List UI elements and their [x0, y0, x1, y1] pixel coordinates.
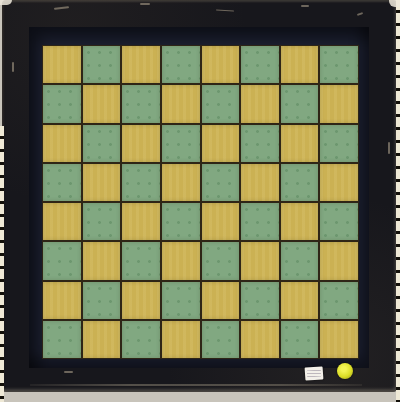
square-b5[interactable]	[83, 164, 121, 201]
square-b6[interactable]	[83, 125, 121, 162]
square-d7[interactable]	[162, 85, 200, 122]
square-e7[interactable]	[202, 85, 240, 122]
square-d6[interactable]	[162, 125, 200, 162]
square-f7[interactable]	[241, 85, 279, 122]
price-tag	[305, 366, 324, 380]
yellow-dot-sticker	[337, 363, 353, 379]
frame-scratch	[301, 5, 309, 7]
square-e6[interactable]	[202, 125, 240, 162]
square-c5[interactable]	[122, 164, 160, 201]
square-f6[interactable]	[241, 125, 279, 162]
square-c1[interactable]	[122, 321, 160, 358]
square-d2[interactable]	[162, 282, 200, 319]
frame-scratch	[64, 371, 73, 373]
square-e1[interactable]	[202, 321, 240, 358]
square-c8[interactable]	[122, 46, 160, 83]
square-c6[interactable]	[122, 125, 160, 162]
square-a4[interactable]	[43, 203, 81, 240]
square-h8[interactable]	[320, 46, 358, 83]
square-e2[interactable]	[202, 282, 240, 319]
square-c4[interactable]	[122, 203, 160, 240]
square-f3[interactable]	[241, 242, 279, 279]
frame-scratch	[388, 142, 390, 154]
square-f8[interactable]	[241, 46, 279, 83]
square-h2[interactable]	[320, 282, 358, 319]
square-d4[interactable]	[162, 203, 200, 240]
square-a1[interactable]	[43, 321, 81, 358]
square-a3[interactable]	[43, 242, 81, 279]
square-b7[interactable]	[83, 85, 121, 122]
photo-film-edge-right	[396, 0, 400, 402]
square-g2[interactable]	[281, 282, 319, 319]
square-d3[interactable]	[162, 242, 200, 279]
square-c7[interactable]	[122, 85, 160, 122]
square-g4[interactable]	[281, 203, 319, 240]
square-g5[interactable]	[281, 164, 319, 201]
square-b8[interactable]	[83, 46, 121, 83]
checkerboard	[42, 45, 359, 359]
square-e5[interactable]	[202, 164, 240, 201]
square-h3[interactable]	[320, 242, 358, 279]
square-h1[interactable]	[320, 321, 358, 358]
gameboard-photo	[0, 0, 400, 402]
square-b4[interactable]	[83, 203, 121, 240]
frame-scratch	[216, 9, 234, 11]
square-g8[interactable]	[281, 46, 319, 83]
square-d1[interactable]	[162, 321, 200, 358]
square-f5[interactable]	[241, 164, 279, 201]
frame-bottom-bevel-highlight	[30, 384, 362, 386]
square-b3[interactable]	[83, 242, 121, 279]
square-e3[interactable]	[202, 242, 240, 279]
square-a8[interactable]	[43, 46, 81, 83]
frame-scratch	[54, 6, 69, 10]
square-a7[interactable]	[43, 85, 81, 122]
square-h7[interactable]	[320, 85, 358, 122]
square-b1[interactable]	[83, 321, 121, 358]
square-h6[interactable]	[320, 125, 358, 162]
square-f4[interactable]	[241, 203, 279, 240]
square-g1[interactable]	[281, 321, 319, 358]
square-f1[interactable]	[241, 321, 279, 358]
photo-corner-notch-top-right	[389, 0, 400, 7]
frame-scratch	[357, 12, 363, 16]
square-g6[interactable]	[281, 125, 319, 162]
square-f2[interactable]	[241, 282, 279, 319]
square-d5[interactable]	[162, 164, 200, 201]
square-b2[interactable]	[83, 282, 121, 319]
square-g7[interactable]	[281, 85, 319, 122]
square-c3[interactable]	[122, 242, 160, 279]
square-a5[interactable]	[43, 164, 81, 201]
square-h5[interactable]	[320, 164, 358, 201]
square-e4[interactable]	[202, 203, 240, 240]
square-e8[interactable]	[202, 46, 240, 83]
frame-scratch	[12, 62, 14, 72]
square-a2[interactable]	[43, 282, 81, 319]
square-c2[interactable]	[122, 282, 160, 319]
square-h4[interactable]	[320, 203, 358, 240]
square-a6[interactable]	[43, 125, 81, 162]
photo-film-edge-left	[0, 126, 4, 402]
frame-scratch	[140, 3, 150, 5]
square-d8[interactable]	[162, 46, 200, 83]
square-g3[interactable]	[281, 242, 319, 279]
